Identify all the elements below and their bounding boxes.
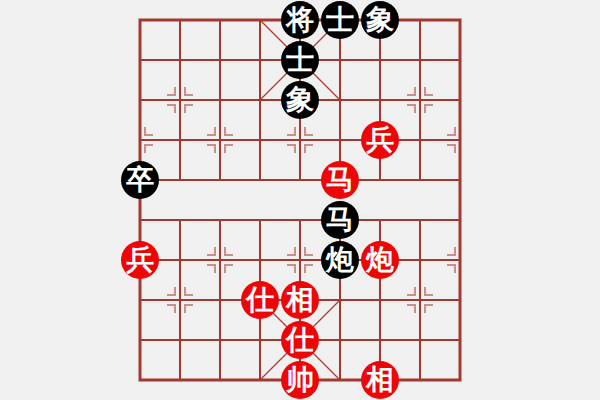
board-point-5-9[interactable] xyxy=(320,360,360,400)
board-point-8-8[interactable] xyxy=(440,320,480,360)
board-point-6-6[interactable]: 炮 xyxy=(360,240,400,280)
board-point-2-7[interactable] xyxy=(200,280,240,320)
red-pawn[interactable]: 兵 xyxy=(121,241,159,279)
board-point-3-4[interactable] xyxy=(240,160,280,200)
board-point-0-3[interactable] xyxy=(120,120,160,160)
board-point-4-9[interactable]: 帅 xyxy=(280,360,320,400)
board-point-1-9[interactable] xyxy=(160,360,200,400)
board-point-7-5[interactable] xyxy=(400,200,440,240)
board-point-5-5[interactable]: 马 xyxy=(320,200,360,240)
board-point-2-5[interactable] xyxy=(200,200,240,240)
board-points-grid: 将士象士象兵卒马马兵炮炮仕相仕帅相 xyxy=(120,0,480,400)
board-point-6-1[interactable] xyxy=(360,40,400,80)
board-point-4-6[interactable] xyxy=(280,240,320,280)
board-point-3-2[interactable] xyxy=(240,80,280,120)
black-general[interactable]: 将 xyxy=(281,1,319,39)
board-point-8-5[interactable] xyxy=(440,200,480,240)
board-point-4-3[interactable] xyxy=(280,120,320,160)
board-point-4-0[interactable]: 将 xyxy=(280,0,320,40)
board-point-3-3[interactable] xyxy=(240,120,280,160)
xiangqi-board: 将士象士象兵卒马马兵炮炮仕相仕帅相 xyxy=(0,0,600,400)
board-point-7-6[interactable] xyxy=(400,240,440,280)
black-cannon[interactable]: 炮 xyxy=(321,241,359,279)
board-point-8-2[interactable] xyxy=(440,80,480,120)
board-point-1-0[interactable] xyxy=(160,0,200,40)
board-point-5-0[interactable]: 士 xyxy=(320,0,360,40)
board-point-6-0[interactable]: 象 xyxy=(360,0,400,40)
board-point-8-7[interactable] xyxy=(440,280,480,320)
board-point-4-4[interactable] xyxy=(280,160,320,200)
board-point-7-2[interactable] xyxy=(400,80,440,120)
board-point-3-6[interactable] xyxy=(240,240,280,280)
board-point-0-4[interactable]: 卒 xyxy=(120,160,160,200)
black-advisor[interactable]: 士 xyxy=(321,1,359,39)
board-point-0-2[interactable] xyxy=(120,80,160,120)
board-point-5-3[interactable] xyxy=(320,120,360,160)
board-point-5-6[interactable]: 炮 xyxy=(320,240,360,280)
board-point-8-3[interactable] xyxy=(440,120,480,160)
board-point-2-6[interactable] xyxy=(200,240,240,280)
board-point-4-8[interactable]: 仕 xyxy=(280,320,320,360)
board-point-1-6[interactable] xyxy=(160,240,200,280)
board-point-1-2[interactable] xyxy=(160,80,200,120)
board-point-1-7[interactable] xyxy=(160,280,200,320)
board-point-6-4[interactable] xyxy=(360,160,400,200)
board-point-1-3[interactable] xyxy=(160,120,200,160)
board-point-2-9[interactable] xyxy=(200,360,240,400)
black-advisor[interactable]: 士 xyxy=(281,41,319,79)
board-point-5-1[interactable] xyxy=(320,40,360,80)
board-point-1-5[interactable] xyxy=(160,200,200,240)
board-point-8-9[interactable] xyxy=(440,360,480,400)
board-point-8-1[interactable] xyxy=(440,40,480,80)
board-point-6-2[interactable] xyxy=(360,80,400,120)
red-elephant[interactable]: 相 xyxy=(281,281,319,319)
board-point-3-0[interactable] xyxy=(240,0,280,40)
board-point-6-9[interactable]: 相 xyxy=(360,360,400,400)
board-point-6-5[interactable] xyxy=(360,200,400,240)
board-point-3-9[interactable] xyxy=(240,360,280,400)
black-elephant[interactable]: 象 xyxy=(361,1,399,39)
red-horse[interactable]: 马 xyxy=(321,161,359,199)
board-point-6-8[interactable] xyxy=(360,320,400,360)
board-point-3-1[interactable] xyxy=(240,40,280,80)
board-point-2-2[interactable] xyxy=(200,80,240,120)
board-point-4-1[interactable]: 士 xyxy=(280,40,320,80)
board-point-7-0[interactable] xyxy=(400,0,440,40)
board-point-0-9[interactable] xyxy=(120,360,160,400)
board-point-7-7[interactable] xyxy=(400,280,440,320)
board-point-8-4[interactable] xyxy=(440,160,480,200)
board-point-0-1[interactable] xyxy=(120,40,160,80)
board-point-2-3[interactable] xyxy=(200,120,240,160)
red-advisor[interactable]: 仕 xyxy=(241,281,279,319)
board-point-2-4[interactable] xyxy=(200,160,240,200)
black-horse[interactable]: 马 xyxy=(321,201,359,239)
board-point-3-7[interactable]: 仕 xyxy=(240,280,280,320)
board-point-0-5[interactable] xyxy=(120,200,160,240)
red-cannon[interactable]: 炮 xyxy=(361,241,399,279)
board-point-4-5[interactable] xyxy=(280,200,320,240)
board-point-3-8[interactable] xyxy=(240,320,280,360)
board-point-1-8[interactable] xyxy=(160,320,200,360)
board-point-7-3[interactable] xyxy=(400,120,440,160)
board-point-2-1[interactable] xyxy=(200,40,240,80)
board-point-0-8[interactable] xyxy=(120,320,160,360)
board-point-4-7[interactable]: 相 xyxy=(280,280,320,320)
board-point-0-0[interactable] xyxy=(120,0,160,40)
board-point-0-7[interactable] xyxy=(120,280,160,320)
board-point-7-8[interactable] xyxy=(400,320,440,360)
board-point-5-8[interactable] xyxy=(320,320,360,360)
red-general[interactable]: 帅 xyxy=(281,361,319,399)
black-elephant[interactable]: 象 xyxy=(281,81,319,119)
board-point-5-7[interactable] xyxy=(320,280,360,320)
board-point-8-0[interactable] xyxy=(440,0,480,40)
red-advisor[interactable]: 仕 xyxy=(281,321,319,359)
board-point-4-2[interactable]: 象 xyxy=(280,80,320,120)
red-pawn[interactable]: 兵 xyxy=(361,121,399,159)
board-point-2-0[interactable] xyxy=(200,0,240,40)
board-point-2-8[interactable] xyxy=(200,320,240,360)
board-point-1-4[interactable] xyxy=(160,160,200,200)
board-point-8-6[interactable] xyxy=(440,240,480,280)
board-point-6-3[interactable]: 兵 xyxy=(360,120,400,160)
black-pawn[interactable]: 卒 xyxy=(121,161,159,199)
board-point-0-6[interactable]: 兵 xyxy=(120,240,160,280)
board-point-7-4[interactable] xyxy=(400,160,440,200)
red-elephant[interactable]: 相 xyxy=(361,361,399,399)
board-point-1-1[interactable] xyxy=(160,40,200,80)
board-point-5-2[interactable] xyxy=(320,80,360,120)
board-point-6-7[interactable] xyxy=(360,280,400,320)
board-point-7-1[interactable] xyxy=(400,40,440,80)
board-point-3-5[interactable] xyxy=(240,200,280,240)
board-point-5-4[interactable]: 马 xyxy=(320,160,360,200)
board-point-7-9[interactable] xyxy=(400,360,440,400)
